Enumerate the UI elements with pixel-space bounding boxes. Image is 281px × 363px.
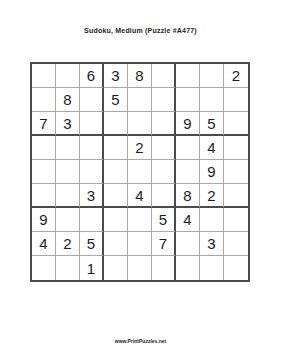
cell-r6c7: 8	[176, 184, 200, 208]
puzzle-title: Sudoku, Medium (Puzzle #A477)	[0, 27, 281, 34]
cell-r1c3: 6	[80, 64, 104, 88]
cell-r2c1	[32, 88, 56, 112]
cell-r5c2	[56, 160, 80, 184]
cell-r4c8: 4	[200, 136, 224, 160]
cell-r8c2: 2	[56, 232, 80, 256]
cell-r7c1: 9	[32, 208, 56, 232]
cell-r9c6	[152, 256, 176, 280]
cell-r3c8: 5	[200, 112, 224, 136]
cell-r4c3	[80, 136, 104, 160]
cell-r1c6	[152, 64, 176, 88]
cell-r4c7	[176, 136, 200, 160]
cell-r2c6	[152, 88, 176, 112]
cell-r6c1	[32, 184, 56, 208]
cell-r4c5: 2	[128, 136, 152, 160]
cell-r3c6	[152, 112, 176, 136]
cell-r1c5: 8	[128, 64, 152, 88]
cell-r2c9	[224, 88, 248, 112]
cell-r6c9	[224, 184, 248, 208]
cell-r5c3	[80, 160, 104, 184]
cell-r4c2	[56, 136, 80, 160]
cell-r6c6	[152, 184, 176, 208]
cell-r9c8	[200, 256, 224, 280]
cell-r8c5	[128, 232, 152, 256]
cell-r8c8: 3	[200, 232, 224, 256]
cell-r5c4	[104, 160, 128, 184]
cell-r3c3	[80, 112, 104, 136]
cell-r2c2: 8	[56, 88, 80, 112]
cell-r9c5	[128, 256, 152, 280]
cell-r7c7: 4	[176, 208, 200, 232]
cell-r8c3: 5	[80, 232, 104, 256]
cell-r5c7	[176, 160, 200, 184]
cell-r6c3: 3	[80, 184, 104, 208]
cell-r2c7	[176, 88, 200, 112]
cell-r3c9	[224, 112, 248, 136]
cell-r2c3	[80, 88, 104, 112]
cell-r9c7	[176, 256, 200, 280]
cell-r9c4	[104, 256, 128, 280]
cell-r8c1: 4	[32, 232, 56, 256]
cell-r1c7	[176, 64, 200, 88]
cell-r8c7	[176, 232, 200, 256]
cell-r6c2	[56, 184, 80, 208]
cell-r1c1	[32, 64, 56, 88]
cell-r7c3	[80, 208, 104, 232]
cell-r9c1	[32, 256, 56, 280]
cell-r2c5	[128, 88, 152, 112]
cell-r2c4: 5	[104, 88, 128, 112]
cell-r8c9	[224, 232, 248, 256]
cell-r5c8: 9	[200, 160, 224, 184]
cell-r1c4: 3	[104, 64, 128, 88]
cell-r3c4	[104, 112, 128, 136]
cell-r9c9	[224, 256, 248, 280]
sudoku-board: 63828573952493482954425731	[30, 62, 250, 282]
cell-r7c8	[200, 208, 224, 232]
cell-r4c1	[32, 136, 56, 160]
cell-r4c6	[152, 136, 176, 160]
cell-r3c2: 3	[56, 112, 80, 136]
cell-r7c2	[56, 208, 80, 232]
cell-r7c5	[128, 208, 152, 232]
cell-r1c9: 2	[224, 64, 248, 88]
cell-r5c6	[152, 160, 176, 184]
cell-r6c4	[104, 184, 128, 208]
cell-r1c2	[56, 64, 80, 88]
cell-r7c6: 5	[152, 208, 176, 232]
cell-r3c1: 7	[32, 112, 56, 136]
cell-r8c4	[104, 232, 128, 256]
cell-r6c8: 2	[200, 184, 224, 208]
cell-r3c5	[128, 112, 152, 136]
cell-r9c2	[56, 256, 80, 280]
cell-r1c8	[200, 64, 224, 88]
cell-r5c5	[128, 160, 152, 184]
cell-r2c8	[200, 88, 224, 112]
cell-r8c6: 7	[152, 232, 176, 256]
cell-r4c9	[224, 136, 248, 160]
cell-r6c5: 4	[128, 184, 152, 208]
cell-r7c9	[224, 208, 248, 232]
cell-r7c4	[104, 208, 128, 232]
cell-r9c3: 1	[80, 256, 104, 280]
cell-r5c9	[224, 160, 248, 184]
cell-r4c4	[104, 136, 128, 160]
cell-r5c1	[32, 160, 56, 184]
footer-url: www.PrintPuzzles.net	[0, 338, 281, 344]
cell-r3c7: 9	[176, 112, 200, 136]
